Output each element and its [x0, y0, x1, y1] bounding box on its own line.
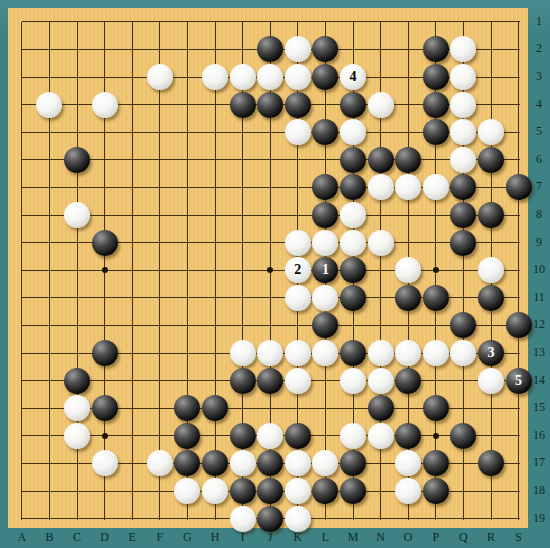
stone-M4 — [340, 92, 366, 118]
column-label-D: D — [95, 530, 115, 545]
stone-P13 — [423, 340, 449, 366]
stone-F3 — [147, 64, 173, 90]
stone-R14 — [478, 368, 504, 394]
numbered-stone-M3: 4 — [340, 64, 366, 90]
stone-Q4 — [450, 92, 476, 118]
stone-R10 — [478, 257, 504, 283]
grid-line-vertical — [132, 22, 133, 520]
row-label-18: 18 — [529, 483, 549, 498]
stone-H3 — [202, 64, 228, 90]
stone-D17 — [92, 450, 118, 476]
star-point — [102, 267, 108, 273]
column-label-S: S — [509, 530, 529, 545]
stone-L9 — [312, 230, 338, 256]
stone-P4 — [423, 92, 449, 118]
stone-G16 — [174, 423, 200, 449]
stone-K5 — [285, 119, 311, 145]
column-label-M: M — [343, 530, 363, 545]
stone-K13 — [285, 340, 311, 366]
stone-J3 — [257, 64, 283, 90]
row-label-10: 10 — [529, 262, 549, 277]
column-label-N: N — [371, 530, 391, 545]
stone-I13 — [230, 340, 256, 366]
stone-O13 — [395, 340, 421, 366]
stone-J19 — [257, 506, 283, 532]
stone-Q16 — [450, 423, 476, 449]
row-label-12: 12 — [529, 317, 549, 332]
stone-P18 — [423, 478, 449, 504]
stone-K2 — [285, 36, 311, 62]
stone-H15 — [202, 395, 228, 421]
go-board[interactable]: 42135 — [8, 8, 528, 528]
stone-D13 — [92, 340, 118, 366]
stone-M16 — [340, 423, 366, 449]
stone-O18 — [395, 478, 421, 504]
stone-M6 — [340, 147, 366, 173]
stone-I19 — [230, 506, 256, 532]
row-label-9: 9 — [529, 235, 549, 250]
numbered-stone-K10: 2 — [285, 257, 311, 283]
stone-K19 — [285, 506, 311, 532]
row-label-11: 11 — [529, 290, 549, 305]
grid-line-vertical — [518, 22, 519, 520]
column-label-O: O — [398, 530, 418, 545]
stone-O6 — [395, 147, 421, 173]
stone-M10 — [340, 257, 366, 283]
stone-P5 — [423, 119, 449, 145]
stone-M11 — [340, 285, 366, 311]
stone-R6 — [478, 147, 504, 173]
stone-K17 — [285, 450, 311, 476]
stone-N9 — [368, 230, 394, 256]
row-label-3: 3 — [529, 69, 549, 84]
stone-M5 — [340, 119, 366, 145]
row-label-2: 2 — [529, 41, 549, 56]
row-label-13: 13 — [529, 345, 549, 360]
row-label-14: 14 — [529, 373, 549, 388]
stone-C15 — [64, 395, 90, 421]
stone-I18 — [230, 478, 256, 504]
row-label-16: 16 — [529, 428, 549, 443]
grid-line-horizontal — [22, 325, 520, 326]
stone-K16 — [285, 423, 311, 449]
column-label-G: G — [177, 530, 197, 545]
grid-line-vertical — [21, 22, 22, 520]
grid-line-horizontal — [22, 215, 520, 216]
stone-M13 — [340, 340, 366, 366]
stone-C14 — [64, 368, 90, 394]
stone-N6 — [368, 147, 394, 173]
stone-F17 — [147, 450, 173, 476]
stone-N4 — [368, 92, 394, 118]
stone-K14 — [285, 368, 311, 394]
stone-C16 — [64, 423, 90, 449]
stone-R5 — [478, 119, 504, 145]
stone-J16 — [257, 423, 283, 449]
go-app-window: 42135 ABCDEFGHIJKLMNOPQRS 12345678910111… — [0, 0, 550, 548]
numbered-stone-R13: 3 — [478, 340, 504, 366]
grid-line-horizontal — [22, 21, 520, 22]
row-label-15: 15 — [529, 400, 549, 415]
column-label-P: P — [426, 530, 446, 545]
stone-D4 — [92, 92, 118, 118]
stone-I4 — [230, 92, 256, 118]
column-label-R: R — [481, 530, 501, 545]
stone-O11 — [395, 285, 421, 311]
column-label-J: J — [260, 530, 280, 545]
stone-M18 — [340, 478, 366, 504]
stone-P11 — [423, 285, 449, 311]
stone-I14 — [230, 368, 256, 394]
row-label-7: 7 — [529, 179, 549, 194]
star-point — [102, 433, 108, 439]
row-label-5: 5 — [529, 124, 549, 139]
column-label-B: B — [39, 530, 59, 545]
row-label-1: 1 — [529, 14, 549, 29]
column-label-K: K — [288, 530, 308, 545]
stone-L11 — [312, 285, 338, 311]
stone-N16 — [368, 423, 394, 449]
stone-P2 — [423, 36, 449, 62]
stone-K3 — [285, 64, 311, 90]
stone-J13 — [257, 340, 283, 366]
stone-Q9 — [450, 230, 476, 256]
column-label-H: H — [205, 530, 225, 545]
column-label-C: C — [67, 530, 87, 545]
stone-K18 — [285, 478, 311, 504]
stone-D9 — [92, 230, 118, 256]
stone-M9 — [340, 230, 366, 256]
stone-S12 — [506, 312, 532, 338]
stone-S7 — [506, 174, 532, 200]
stone-C6 — [64, 147, 90, 173]
stone-J14 — [257, 368, 283, 394]
stone-B4 — [36, 92, 62, 118]
column-label-I: I — [233, 530, 253, 545]
grid-line-vertical — [159, 22, 160, 520]
stone-P17 — [423, 450, 449, 476]
row-label-19: 19 — [529, 511, 549, 526]
stone-R11 — [478, 285, 504, 311]
stone-Q6 — [450, 147, 476, 173]
grid-line-horizontal — [22, 159, 520, 160]
stone-M14 — [340, 368, 366, 394]
stone-P3 — [423, 64, 449, 90]
column-label-E: E — [122, 530, 142, 545]
stone-I16 — [230, 423, 256, 449]
stone-O14 — [395, 368, 421, 394]
stone-N14 — [368, 368, 394, 394]
stone-C8 — [64, 202, 90, 228]
stone-H18 — [202, 478, 228, 504]
row-label-4: 4 — [529, 97, 549, 112]
column-label-L: L — [315, 530, 335, 545]
row-label-17: 17 — [529, 455, 549, 470]
column-label-Q: Q — [453, 530, 473, 545]
star-point — [433, 433, 439, 439]
stone-P7 — [423, 174, 449, 200]
star-point — [433, 267, 439, 273]
stone-D15 — [92, 395, 118, 421]
stone-R8 — [478, 202, 504, 228]
row-label-8: 8 — [529, 207, 549, 222]
stone-K4 — [285, 92, 311, 118]
column-label-F: F — [150, 530, 170, 545]
stone-N13 — [368, 340, 394, 366]
stone-J18 — [257, 478, 283, 504]
stone-I3 — [230, 64, 256, 90]
stone-N7 — [368, 174, 394, 200]
stone-K11 — [285, 285, 311, 311]
stone-M8 — [340, 202, 366, 228]
stone-J4 — [257, 92, 283, 118]
stone-P15 — [423, 395, 449, 421]
column-label-A: A — [12, 530, 32, 545]
grid-line-vertical — [215, 22, 216, 520]
row-label-6: 6 — [529, 152, 549, 167]
stone-K9 — [285, 230, 311, 256]
stone-O16 — [395, 423, 421, 449]
stone-N15 — [368, 395, 394, 421]
stone-I17 — [230, 450, 256, 476]
numbered-stone-S14: 5 — [506, 368, 532, 394]
